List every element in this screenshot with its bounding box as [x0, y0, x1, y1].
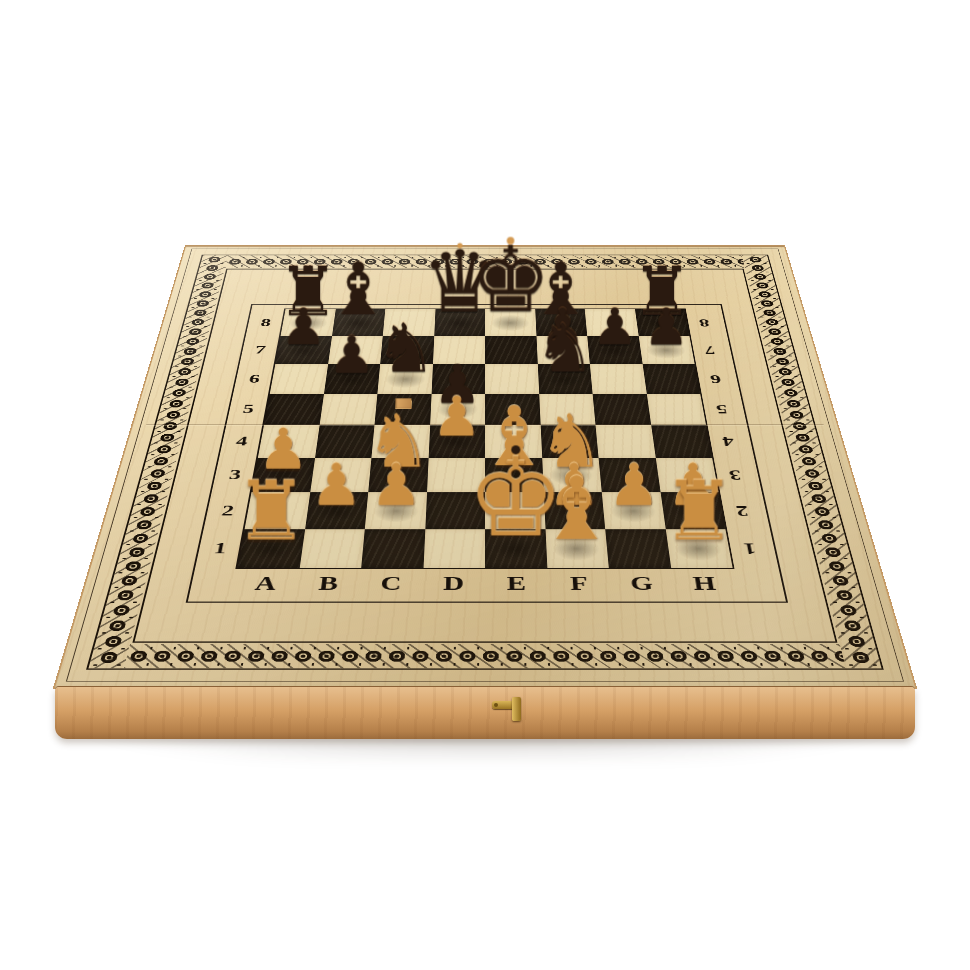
square-a1[interactable]: [237, 529, 304, 568]
square-c4[interactable]: [371, 425, 429, 458]
square-b7[interactable]: [328, 336, 383, 364]
square-d1[interactable]: [423, 529, 485, 568]
square-h6[interactable]: [642, 364, 700, 394]
rank-label-left-5: 5: [233, 403, 263, 415]
square-g5[interactable]: [593, 394, 651, 425]
square-d4[interactable]: [428, 425, 485, 458]
square-f2[interactable]: [543, 492, 605, 529]
board-plane: 8877665544332211ABCDEFGH♜♝♛♚♝♜♟♟♟♟♟♞♞♟♟♟…: [55, 246, 915, 688]
square-b1[interactable]: [299, 529, 365, 568]
rank-label-right-6: 6: [701, 373, 730, 385]
square-e6[interactable]: [485, 364, 539, 394]
square-h5[interactable]: [646, 394, 706, 425]
square-e1[interactable]: [485, 529, 547, 568]
brass-clasp-screw: [494, 703, 498, 707]
square-h8[interactable]: [635, 309, 690, 336]
square-d2[interactable]: [425, 492, 485, 529]
square-e8[interactable]: [485, 309, 536, 336]
black-queen-finial: [457, 243, 462, 248]
square-c1[interactable]: [361, 529, 425, 568]
square-g2[interactable]: [602, 492, 666, 529]
square-a4[interactable]: [258, 425, 319, 458]
square-c6[interactable]: [377, 364, 432, 394]
square-e5[interactable]: [485, 394, 540, 425]
square-f6[interactable]: [537, 364, 592, 394]
square-h2[interactable]: [660, 492, 725, 529]
square-a6[interactable]: [270, 364, 328, 394]
square-e4[interactable]: [485, 425, 542, 458]
square-g6[interactable]: [590, 364, 647, 394]
square-h4[interactable]: [651, 425, 712, 458]
square-g4[interactable]: [595, 425, 655, 458]
square-c2[interactable]: [365, 492, 427, 529]
rank-label-right-4: 4: [713, 435, 744, 448]
rank-label-left-6: 6: [240, 373, 269, 385]
square-a5[interactable]: [264, 394, 324, 425]
brass-clasp-hook: [512, 697, 521, 721]
square-d7[interactable]: [433, 336, 485, 364]
photo-stage: 8877665544332211ABCDEFGH♜♝♛♚♝♜♟♟♟♟♟♞♞♟♟♟…: [0, 0, 970, 970]
square-d3[interactable]: [427, 458, 485, 493]
square-f3[interactable]: [542, 458, 602, 493]
square-b8[interactable]: [332, 309, 386, 336]
square-f7[interactable]: [536, 336, 590, 364]
black-king-finial: [507, 237, 514, 244]
square-b2[interactable]: [305, 492, 369, 529]
square-c3[interactable]: [368, 458, 428, 493]
square-h1[interactable]: [665, 529, 732, 568]
square-c5[interactable]: [375, 394, 432, 425]
square-e2[interactable]: [485, 492, 545, 529]
square-d5[interactable]: [430, 394, 485, 425]
square-g3[interactable]: [599, 458, 661, 493]
square-c8[interactable]: [383, 309, 435, 336]
square-f1[interactable]: [545, 529, 609, 568]
chess-grid: [235, 308, 734, 569]
square-g8[interactable]: [585, 309, 639, 336]
square-f8[interactable]: [535, 309, 587, 336]
square-h3[interactable]: [655, 458, 718, 493]
square-e3[interactable]: [485, 458, 543, 493]
square-b4[interactable]: [315, 425, 375, 458]
square-a7[interactable]: [275, 336, 331, 364]
box-front-edge: [55, 687, 915, 739]
square-a8[interactable]: [281, 309, 336, 336]
square-f4[interactable]: [540, 425, 598, 458]
square-a3[interactable]: [251, 458, 314, 493]
brass-clasp: [492, 697, 526, 723]
square-c7[interactable]: [380, 336, 434, 364]
square-h7[interactable]: [638, 336, 694, 364]
square-d8[interactable]: [434, 309, 485, 336]
rank-label-right-5: 5: [707, 403, 737, 415]
square-b6[interactable]: [324, 364, 381, 394]
square-e7[interactable]: [485, 336, 537, 364]
square-b5[interactable]: [319, 394, 377, 425]
square-g1[interactable]: [605, 529, 671, 568]
square-g7[interactable]: [587, 336, 642, 364]
square-f5[interactable]: [539, 394, 596, 425]
board-3d-wrapper: 8877665544332211ABCDEFGH♜♝♛♚♝♜♟♟♟♟♟♞♞♟♟♟…: [55, 0, 915, 688]
square-a2[interactable]: [245, 492, 310, 529]
square-d6[interactable]: [431, 364, 485, 394]
square-b3[interactable]: [310, 458, 372, 493]
